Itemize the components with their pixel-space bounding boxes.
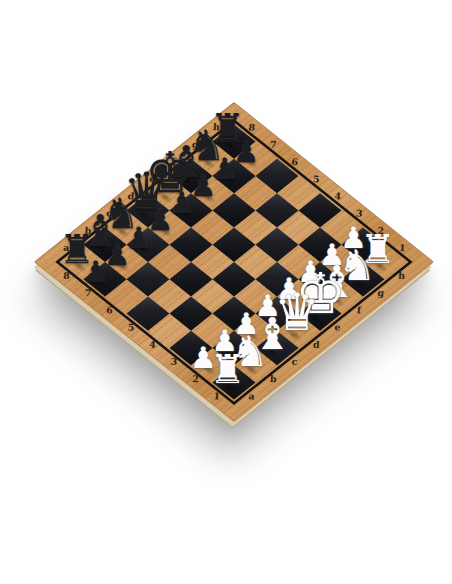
piece-contact-shadow (238, 324, 264, 344)
black-pawn: ♟ (102, 240, 132, 269)
piece-contact-shadow (238, 152, 264, 172)
piece-contact-shadow (260, 307, 286, 327)
piece-contact-shadow (303, 273, 329, 293)
black-queen: ♛ (123, 167, 153, 218)
black-pawn: ♟ (188, 171, 218, 200)
piece-contact-shadow (303, 307, 329, 327)
black-knight: ♞ (188, 125, 218, 167)
piece-contact-shadow (367, 256, 393, 276)
white-pawn: ♟ (317, 240, 347, 269)
black-pawn: ♟ (123, 223, 153, 252)
white-bishop: ♝ (252, 312, 282, 356)
piece-contact-shadow (109, 256, 135, 276)
piece-contact-shadow (66, 256, 92, 276)
pieces-layer: ♜♞♟♝♟♚♟♛♟♞♟♝♟♟♜♟♟♜♟♟♞♟♝♟♚♟♛♟♝♟♞♜ (35, 103, 433, 421)
white-pawn: ♟ (231, 309, 261, 338)
white-king: ♚ (295, 265, 325, 321)
piece-contact-shadow (324, 256, 350, 276)
white-pawn: ♟ (338, 223, 368, 252)
piece-contact-shadow (174, 204, 200, 224)
piece-contact-shadow (346, 238, 372, 258)
white-pawn: ♟ (252, 292, 282, 321)
white-bishop: ♝ (317, 260, 347, 304)
black-rook: ♜ (209, 109, 239, 149)
piece-contact-shadow (195, 359, 221, 379)
piece-contact-shadow (131, 238, 157, 258)
piece-contact-shadow (88, 273, 114, 293)
piece-contact-shadow (195, 152, 221, 172)
piece-contact-shadow (324, 290, 350, 310)
piece-contact-shadow (281, 324, 307, 344)
piece-contact-shadow (174, 170, 200, 190)
piece-contact-shadow (217, 170, 243, 190)
piece-contact-shadow (88, 238, 114, 258)
piece-contact-shadow (217, 376, 243, 396)
piece-contact-shadow (217, 135, 243, 155)
white-pawn: ♟ (295, 257, 325, 286)
black-pawn: ♟ (80, 257, 110, 286)
piece-contact-shadow (281, 290, 307, 310)
white-rook: ♜ (209, 350, 239, 390)
piece-contact-shadow (195, 187, 221, 207)
piece-contact-shadow (131, 204, 157, 224)
black-rook: ♜ (59, 230, 89, 270)
white-pawn: ♟ (274, 274, 304, 303)
black-pawn: ♟ (209, 154, 239, 183)
black-bishop: ♝ (80, 209, 110, 253)
piece-contact-shadow (238, 359, 264, 379)
black-pawn: ♟ (145, 206, 175, 235)
white-knight: ♞ (231, 331, 261, 373)
piece-contact-shadow (217, 342, 243, 362)
white-knight: ♞ (338, 245, 368, 287)
white-pawn: ♟ (209, 326, 239, 355)
piece-contact-shadow (152, 221, 178, 241)
black-king: ♚ (145, 145, 175, 201)
white-rook: ♜ (360, 230, 390, 270)
white-queen: ♛ (274, 287, 304, 338)
piece-contact-shadow (346, 273, 372, 293)
chess-board: 87654321 87654321 hgfedcba hgfedcba ♜♞♟♝… (34, 102, 434, 422)
piece-contact-shadow (260, 342, 286, 362)
piece-contact-shadow (109, 221, 135, 241)
black-knight: ♞ (102, 193, 132, 235)
piece-contact-shadow (152, 187, 178, 207)
black-pawn: ♟ (231, 137, 261, 166)
white-pawn: ♟ (188, 343, 218, 372)
black-pawn: ♟ (166, 188, 196, 217)
black-bishop: ♝ (166, 140, 196, 184)
